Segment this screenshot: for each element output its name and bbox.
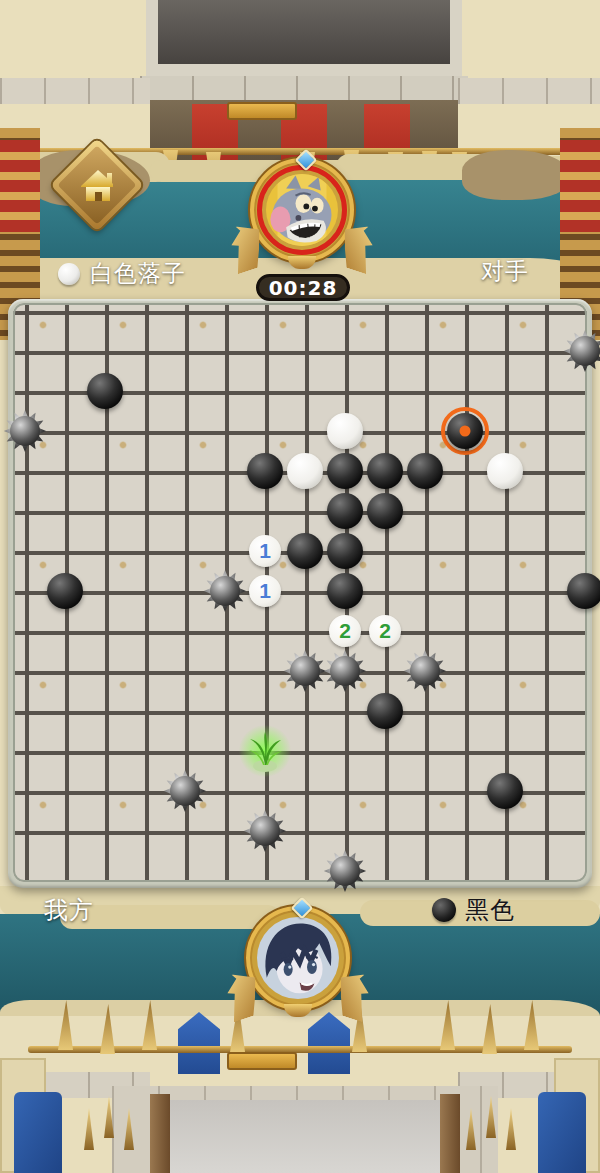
- my-color-indicator: 黑色: [432, 894, 515, 926]
- my-avatar: [246, 906, 350, 1010]
- blue-tarp: [538, 1092, 586, 1173]
- opponent-avatar: [250, 158, 354, 262]
- bottom-gate-opening: [168, 1100, 442, 1173]
- gold-plaque: [227, 102, 297, 120]
- gate-pillar: [150, 1094, 170, 1173]
- white-stone-icon: [58, 263, 80, 285]
- cornice-right: [458, 78, 600, 104]
- turn-indicator: 白色落子: [58, 258, 186, 289]
- my-color-label: 黑色: [465, 894, 515, 926]
- board-items-layer: 1122: [8, 299, 592, 888]
- turn-label: 白色落子: [90, 258, 186, 289]
- opponent-avatar-image: [266, 174, 338, 246]
- game-screen: 1122: [0, 0, 600, 1173]
- me-label: 我方: [44, 894, 94, 926]
- board-grid[interactable]: 1122: [8, 299, 592, 888]
- gold-plaque: [227, 1052, 297, 1070]
- move-timer: 00:28: [256, 274, 350, 301]
- rock: [462, 150, 572, 200]
- gate-pillar: [440, 1094, 460, 1173]
- my-avatar-image: [257, 917, 339, 999]
- right-tower-banner: [560, 140, 600, 232]
- left-tower-banner: [0, 140, 40, 232]
- timer-value: 00:28: [269, 276, 338, 300]
- top-gate-opening: [158, 0, 450, 64]
- black-stone-icon: [432, 898, 456, 922]
- opponent-label: 对手: [481, 256, 529, 287]
- stone-lintel: [140, 76, 468, 102]
- blue-tarp: [14, 1092, 62, 1173]
- cornice-left: [0, 78, 150, 104]
